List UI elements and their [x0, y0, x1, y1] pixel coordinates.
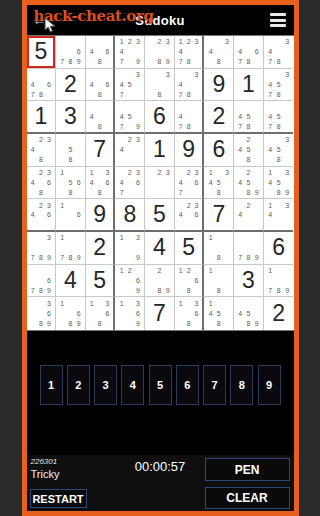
pencil-mark: 8 [215, 319, 223, 329]
pencil-mark [236, 102, 244, 112]
num-button-9[interactable]: 9 [258, 365, 281, 405]
number-pad: 123456789 [40, 365, 281, 405]
pencil-mark [283, 102, 292, 112]
pencil-mark: 1 [206, 233, 214, 243]
pencil-mark [117, 135, 125, 145]
pencil-mark: 8 [274, 89, 283, 99]
cell-r8c5[interactable]: 289 [145, 265, 175, 298]
pencil-mark: 1 [58, 298, 66, 308]
pencil-mark [223, 47, 231, 57]
pencil-mark [75, 37, 83, 47]
pencil-mark [75, 243, 83, 253]
pencil-mark [96, 178, 104, 188]
pencil-mark: 3 [193, 37, 201, 47]
pencil-mark [29, 187, 37, 197]
pencil-mark: 6 [104, 80, 112, 90]
num-button-1[interactable]: 1 [40, 365, 63, 405]
cell-r6c8[interactable]: 24 [234, 199, 264, 232]
cell-r9c1[interactable]: 3689 [27, 297, 57, 330]
pencil-mark: 9 [134, 319, 142, 329]
cell-r4c4[interactable]: 234 [115, 134, 145, 167]
pencil-mark: 4 [177, 178, 185, 188]
cell-r6c2[interactable]: 16 [56, 199, 86, 232]
cell-r7c3[interactable]: 2 [86, 232, 116, 265]
cell-r2c8[interactable]: 1 [234, 69, 264, 102]
pencil-mark [185, 187, 193, 197]
pencil-mark: 5 [215, 309, 223, 319]
pencil-mark: 7 [177, 121, 185, 131]
cell-r5c2[interactable]: 1568 [56, 167, 86, 200]
restart-button[interactable]: RESTART [30, 489, 87, 508]
pencil-mark: 4 [236, 145, 244, 155]
pencil-mark [147, 89, 155, 99]
pencil-mark: 4 [236, 210, 244, 220]
pencil-mark [223, 319, 231, 329]
cell-r4c8[interactable]: 2458 [234, 134, 264, 167]
pencil-mark [29, 168, 37, 178]
pencil-mark [117, 253, 125, 263]
pencil-mark: 3 [283, 135, 292, 145]
cell-r8c9[interactable]: 1789 [264, 265, 294, 298]
cell-r3c8[interactable]: 4578 [234, 101, 264, 134]
pencil-mark [96, 47, 104, 57]
cell-r5c5[interactable]: 23 [145, 167, 175, 200]
pencil-mark [236, 135, 244, 145]
pencil-mark [185, 309, 193, 319]
pencil-mark [45, 219, 53, 229]
pencil-mark [104, 57, 112, 67]
pencil-mark [283, 121, 292, 131]
pencil-mark [253, 200, 261, 210]
pencil-mark [104, 70, 112, 80]
pencil-mark [283, 57, 292, 67]
pencil-mark [66, 243, 74, 253]
pencil-mark: 3 [223, 37, 231, 47]
pencil-mark [45, 89, 53, 99]
pencil-mark [147, 168, 155, 178]
pencil-mark: 1 [117, 266, 125, 276]
cell-r2c5[interactable]: 38 [145, 69, 175, 102]
pencil-mark [147, 187, 155, 197]
cell-r8c8[interactable]: 3 [234, 265, 264, 298]
pencil-mark: 7 [236, 57, 244, 67]
cell-r8c4[interactable]: 1269 [115, 265, 145, 298]
num-button-7[interactable]: 7 [203, 365, 226, 405]
pencil-mark [126, 178, 134, 188]
pencil-mark: 1 [117, 298, 125, 308]
pencil-mark [185, 298, 193, 308]
cell-r5c7[interactable]: 13458 [204, 167, 234, 200]
cell-r3c6[interactable]: 478 [175, 101, 205, 134]
pencil-mark: 6 [193, 309, 201, 319]
pencil-mark [253, 57, 261, 67]
pencil-mark: 8 [215, 187, 223, 197]
pencil-mark [37, 266, 45, 276]
pencil-mark: 7 [236, 253, 244, 263]
pencil-mark: 3 [283, 168, 292, 178]
pencil-mark [223, 178, 231, 188]
cell-r9c5[interactable]: 7 [145, 297, 175, 330]
pencil-mark: 3 [45, 200, 53, 210]
pencil-mark: 8 [66, 155, 74, 165]
pencil-mark [104, 121, 112, 131]
pencil-mark [266, 187, 275, 197]
cell-r8c3[interactable]: 5 [86, 265, 116, 298]
pencil-mark [236, 200, 244, 210]
pencil-mark: 4 [177, 112, 185, 122]
cell-r5c9[interactable]: 134589 [264, 167, 294, 200]
cell-r7c6[interactable]: 5 [175, 232, 205, 265]
num-button-5[interactable]: 5 [149, 365, 172, 405]
pencil-mark [223, 243, 231, 253]
pencil-mark [29, 298, 37, 308]
pencil-mark: 8 [37, 187, 45, 197]
pencil-mark [58, 47, 66, 57]
cell-r6c6[interactable]: 2346 [175, 199, 205, 232]
pencil-mark [253, 155, 261, 165]
pencil-mark [58, 309, 66, 319]
pencil-mark: 4 [236, 47, 244, 57]
pencil-mark: 9 [134, 253, 142, 263]
pencil-mark: 3 [45, 233, 53, 243]
cell-r3c1[interactable]: 1 [27, 101, 57, 134]
cell-r1c6[interactable]: 123478 [175, 36, 205, 69]
cell-r5c8[interactable]: 24589 [234, 167, 264, 200]
pencil-mark [155, 47, 163, 57]
pencil-mark [266, 276, 275, 286]
pencil-mark: 3 [45, 168, 53, 178]
cell-r3c3[interactable]: 48 [86, 101, 116, 134]
pencil-mark [147, 70, 155, 80]
pencil-mark [126, 253, 134, 263]
cell-r4c9[interactable]: 3458 [264, 134, 294, 167]
cell-r4c7[interactable]: 6 [204, 134, 234, 167]
cell-r7c1[interactable]: 3789 [27, 232, 57, 265]
pencil-mark: 3 [193, 168, 201, 178]
pencil-mark: 1 [266, 266, 275, 276]
difficulty-label: Tricky [31, 468, 60, 480]
pencil-mark [104, 319, 112, 329]
pencil-mark [66, 135, 74, 145]
pencil-mark: 8 [185, 319, 193, 329]
cell-r3c4[interactable]: 4579 [115, 101, 145, 134]
pencil-mark [58, 37, 66, 47]
cell-r1c5[interactable]: 2389 [145, 36, 175, 69]
pencil-mark: 7 [58, 57, 66, 67]
pencil-mark: 6 [45, 276, 53, 286]
cell-r6c5[interactable]: 5 [145, 199, 175, 232]
pencil-mark [236, 219, 244, 229]
cell-r7c4[interactable]: 139 [115, 232, 145, 265]
pencil-mark [206, 243, 214, 253]
cell-r3c7[interactable]: 2 [204, 101, 234, 134]
pencil-mark: 8 [244, 253, 252, 263]
pencil-mark: 4 [88, 112, 96, 122]
cell-r8c2[interactable]: 4 [56, 265, 86, 298]
pencil-mark: 4 [266, 80, 275, 90]
pencil-mark: 7 [58, 253, 66, 263]
pencil-mark: 3 [134, 168, 142, 178]
pencil-mark [177, 102, 185, 112]
cell-r4c3[interactable]: 7 [86, 134, 116, 167]
pencil-mark: 6 [193, 210, 201, 220]
pencil-mark [117, 168, 125, 178]
pencil-mark: 8 [215, 57, 223, 67]
cell-r1c1[interactable]: 5 [27, 36, 57, 69]
pencil-mark: 4 [206, 178, 214, 188]
pencil-mark [177, 319, 185, 329]
num-button-2[interactable]: 2 [67, 365, 90, 405]
pencil-mark [266, 135, 275, 145]
cell-r4c1[interactable]: 2348 [27, 134, 57, 167]
cell-r1c2[interactable]: 6789 [56, 36, 86, 69]
pencil-mark [283, 178, 292, 188]
cell-r1c7[interactable]: 348 [204, 36, 234, 69]
pencil-mark [29, 70, 37, 80]
pencil-mark: 2 [37, 168, 45, 178]
cell-r2c4[interactable]: 3457 [115, 69, 145, 102]
pencil-mark: 8 [244, 319, 252, 329]
pencil-mark [164, 80, 172, 90]
pencil-mark: 8 [185, 89, 193, 99]
pencil-mark [37, 178, 45, 188]
cell-r3c2[interactable]: 3 [56, 101, 86, 134]
cell-r5c6[interactable]: 23467 [175, 167, 205, 200]
pencil-mark: 5 [274, 178, 283, 188]
pencil-mark: 7 [117, 89, 125, 99]
pencil-mark: 8 [274, 121, 283, 131]
cell-r7c2[interactable]: 1789 [56, 232, 86, 265]
pencil-mark [177, 168, 185, 178]
pencil-mark [66, 233, 74, 243]
cell-r2c3[interactable]: 468 [86, 69, 116, 102]
pencil-mark [206, 57, 214, 67]
cell-r5c3[interactable]: 13468 [86, 167, 116, 200]
pencil-mark [164, 187, 172, 197]
cell-r8c7[interactable]: 18 [204, 265, 234, 298]
pencil-mark [283, 210, 292, 220]
pencil-mark: 6 [45, 210, 53, 220]
bottom-bar: 226301 Tricky 00:00:57 PEN RESTART CLEAR [27, 455, 294, 511]
pencil-mark [223, 266, 231, 276]
pencil-mark: 4 [177, 80, 185, 90]
cell-r3c9[interactable]: 4578 [264, 101, 294, 134]
pencil-mark [126, 47, 134, 57]
cell-r6c7[interactable]: 7 [204, 199, 234, 232]
pencil-mark: 4 [117, 80, 125, 90]
pencil-mark: 2 [37, 135, 45, 145]
pencil-mark [193, 266, 201, 276]
pencil-mark: 6 [134, 309, 142, 319]
pencil-mark [215, 168, 223, 178]
cell-r1c9[interactable]: 3478 [264, 36, 294, 69]
cell-r4c5[interactable]: 1 [145, 134, 175, 167]
num-button-6[interactable]: 6 [176, 365, 199, 405]
pencil-mark [215, 233, 223, 243]
pencil-mark [223, 57, 231, 67]
pencil-mark: 9 [134, 57, 142, 67]
hamburger-menu-icon[interactable] [270, 13, 286, 27]
pencil-mark: 8 [66, 253, 74, 263]
pencil-mark [147, 80, 155, 90]
cell-r1c8[interactable]: 4678 [234, 36, 264, 69]
cell-r1c4[interactable]: 123479 [115, 36, 145, 69]
pencil-mark [126, 243, 134, 253]
pencil-mark [236, 233, 244, 243]
pencil-mark: 9 [75, 253, 83, 263]
pencil-mark: 4 [266, 112, 275, 122]
pencil-mark [185, 178, 193, 188]
cell-r6c3[interactable]: 9 [86, 199, 116, 232]
pencil-mark: 5 [66, 145, 74, 155]
num-button-3[interactable]: 3 [94, 365, 117, 405]
pencil-mark [134, 102, 142, 112]
pencil-mark [274, 168, 283, 178]
pencil-mark: 6 [75, 210, 83, 220]
pencil-mark [274, 276, 283, 286]
cell-r6c1[interactable]: 2346 [27, 199, 57, 232]
pencil-mark: 5 [244, 145, 252, 155]
pencil-mark [96, 37, 104, 47]
pencil-mark: 4 [206, 47, 214, 57]
pencil-mark: 9 [164, 57, 172, 67]
pencil-mark [253, 168, 261, 178]
cell-r5c1[interactable]: 23468 [27, 167, 57, 200]
cell-r2c9[interactable]: 34578 [264, 69, 294, 102]
num-button-8[interactable]: 8 [230, 365, 253, 405]
cell-r5c4[interactable]: 23467 [115, 167, 145, 200]
cell-r4c6[interactable]: 9 [175, 134, 205, 167]
pencil-mark: 5 [66, 178, 74, 188]
pencil-mark [236, 155, 244, 165]
pencil-mark [96, 80, 104, 90]
pencil-mark [104, 112, 112, 122]
pencil-mark [75, 219, 83, 229]
pencil-mark [274, 266, 283, 276]
pencil-mark [253, 121, 261, 131]
pencil-mark [75, 233, 83, 243]
cell-r7c9[interactable]: 6 [264, 232, 294, 265]
pencil-mark [88, 187, 96, 197]
pencil-mark: 3 [104, 298, 112, 308]
pencil-mark [96, 70, 104, 80]
pencil-mark [215, 37, 223, 47]
pencil-mark: 7 [177, 57, 185, 67]
pencil-mark: 9 [45, 285, 53, 295]
cell-r7c7[interactable]: 18 [204, 232, 234, 265]
cell-r1c3[interactable]: 468 [86, 36, 116, 69]
pencil-mark [244, 219, 252, 229]
cell-r8c6[interactable]: 1268 [175, 265, 205, 298]
pencil-mark: 2 [126, 135, 134, 145]
pencil-mark [155, 187, 163, 197]
pencil-mark: 8 [215, 253, 223, 263]
pencil-mark: 5 [215, 178, 223, 188]
cell-r7c8[interactable]: 789 [234, 232, 264, 265]
pencil-mark: 8 [185, 57, 193, 67]
pencil-mark [215, 47, 223, 57]
pencil-mark: 4 [266, 210, 275, 220]
cell-r9c4[interactable]: 1369 [115, 297, 145, 330]
pencil-mark [274, 200, 283, 210]
cell-r9c9[interactable]: 2 [264, 297, 294, 330]
cell-r7c5[interactable]: 4 [145, 232, 175, 265]
cell-r9c2[interactable]: 1689 [56, 297, 86, 330]
cell-r2c1[interactable]: 4678 [27, 69, 57, 102]
pencil-mark: 9 [253, 187, 261, 197]
pencil-mark: 1 [117, 37, 125, 47]
cell-r9c7[interactable]: 1458 [204, 297, 234, 330]
pencil-mark: 1 [177, 298, 185, 308]
pencil-mark [185, 102, 193, 112]
cell-r9c6[interactable]: 1368 [175, 297, 205, 330]
pencil-mark [215, 298, 223, 308]
cell-r6c4[interactable]: 8 [115, 199, 145, 232]
pencil-mark [37, 298, 45, 308]
pencil-mark: 9 [283, 187, 292, 197]
cell-r8c1[interactable]: 6789 [27, 265, 57, 298]
pencil-mark: 4 [236, 309, 244, 319]
pencil-mark: 3 [45, 135, 53, 145]
pencil-mark [283, 219, 292, 229]
cell-r9c8[interactable]: 4589 [234, 297, 264, 330]
pencil-mark [236, 298, 244, 308]
pencil-mark: 8 [96, 319, 104, 329]
cell-r9c3[interactable]: 1368 [86, 297, 116, 330]
pencil-mark: 8 [37, 89, 45, 99]
pencil-mark [193, 57, 201, 67]
num-button-4[interactable]: 4 [121, 365, 144, 405]
cell-r4c2[interactable]: 58 [56, 134, 86, 167]
pen-button[interactable]: PEN [205, 458, 290, 481]
pencil-mark [274, 47, 283, 57]
cell-r6c9[interactable]: 134 [264, 199, 294, 232]
pencil-mark [253, 219, 261, 229]
pencil-mark [117, 102, 125, 112]
pencil-mark [37, 243, 45, 253]
cell-r2c6[interactable]: 3478 [175, 69, 205, 102]
pencil-mark [185, 80, 193, 90]
pencil-mark: 5 [244, 178, 252, 188]
pencil-mark [66, 37, 74, 47]
pencil-mark: 1 [177, 266, 185, 276]
pencil-mark: 9 [283, 285, 292, 295]
pencil-mark: 2 [244, 135, 252, 145]
pencil-mark: 6 [193, 276, 201, 286]
clear-button[interactable]: CLEAR [205, 487, 290, 509]
pencil-mark [266, 102, 275, 112]
pencil-mark [126, 102, 134, 112]
pencil-mark [126, 145, 134, 155]
pencil-mark [236, 37, 244, 47]
cell-r2c7[interactable]: 9 [204, 69, 234, 102]
cell-r3c5[interactable]: 6 [145, 101, 175, 134]
pencil-mark: 8 [244, 187, 252, 197]
pencil-mark [37, 210, 45, 220]
pencil-mark [134, 112, 142, 122]
pencil-mark [253, 135, 261, 145]
pencil-mark [206, 37, 214, 47]
pencil-mark [206, 319, 214, 329]
pencil-mark: 8 [37, 319, 45, 329]
pencil-mark [37, 70, 45, 80]
pencil-mark [266, 70, 275, 80]
cell-r2c2[interactable]: 2 [56, 69, 86, 102]
pencil-mark: 7 [29, 253, 37, 263]
pencil-mark [117, 243, 125, 253]
pencil-mark: 8 [66, 187, 74, 197]
pencil-mark [88, 319, 96, 329]
